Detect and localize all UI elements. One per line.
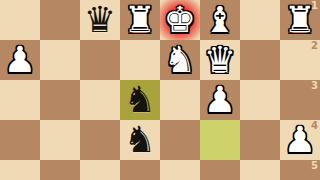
- piece-black-queen-f1[interactable]: ♛: [80, 0, 120, 40]
- chess-board: ♛♜♚♝♜1♟♞♛2♞♟3♞♟45: [0, 0, 320, 180]
- square-h4[interactable]: [0, 120, 40, 160]
- piece-black-knight-e3[interactable]: ♞: [120, 80, 160, 120]
- square-b5[interactable]: [240, 160, 280, 180]
- square-d5[interactable]: [160, 160, 200, 180]
- rank-label-2: 2: [311, 40, 318, 52]
- square-d2[interactable]: ♞: [160, 40, 200, 80]
- piece-white-knight-d2[interactable]: ♞: [160, 40, 200, 80]
- rank-label-1: 1: [311, 0, 318, 12]
- square-f4[interactable]: [80, 120, 120, 160]
- rank-label-4: 4: [311, 120, 318, 132]
- square-g4[interactable]: [40, 120, 80, 160]
- square-c2[interactable]: ♛: [200, 40, 240, 80]
- square-d4[interactable]: [160, 120, 200, 160]
- square-g5[interactable]: [40, 160, 80, 180]
- square-g1[interactable]: [40, 0, 80, 40]
- square-a5[interactable]: 5: [280, 160, 320, 180]
- board-viewport: ♛♜♚♝♜1♟♞♛2♞♟3♞♟45: [0, 0, 320, 180]
- square-b2[interactable]: [240, 40, 280, 80]
- square-g3[interactable]: [40, 80, 80, 120]
- square-e2[interactable]: [120, 40, 160, 80]
- square-h3[interactable]: [0, 80, 40, 120]
- square-d3[interactable]: [160, 80, 200, 120]
- square-e3[interactable]: ♞: [120, 80, 160, 120]
- square-a4[interactable]: ♟4: [280, 120, 320, 160]
- square-b1[interactable]: [240, 0, 280, 40]
- square-f3[interactable]: [80, 80, 120, 120]
- piece-white-bishop-c1[interactable]: ♝: [200, 0, 240, 40]
- piece-white-rook-e1[interactable]: ♜: [120, 0, 160, 40]
- square-c4[interactable]: [200, 120, 240, 160]
- square-b4[interactable]: [240, 120, 280, 160]
- square-e4[interactable]: ♞: [120, 120, 160, 160]
- square-c5[interactable]: [200, 160, 240, 180]
- square-h5[interactable]: [0, 160, 40, 180]
- square-b3[interactable]: [240, 80, 280, 120]
- square-f5[interactable]: [80, 160, 120, 180]
- square-h1[interactable]: [0, 0, 40, 40]
- square-a3[interactable]: 3: [280, 80, 320, 120]
- square-d1[interactable]: ♚: [160, 0, 200, 40]
- piece-white-pawn-h2[interactable]: ♟: [0, 40, 40, 80]
- piece-white-king-d1[interactable]: ♚: [160, 0, 200, 40]
- square-g2[interactable]: [40, 40, 80, 80]
- square-a1[interactable]: ♜1: [280, 0, 320, 40]
- piece-black-knight-e4[interactable]: ♞: [120, 120, 160, 160]
- rank-label-5: 5: [311, 160, 318, 172]
- square-e1[interactable]: ♜: [120, 0, 160, 40]
- square-h2[interactable]: ♟: [0, 40, 40, 80]
- piece-white-pawn-c3[interactable]: ♟: [200, 80, 240, 120]
- square-f1[interactable]: ♛: [80, 0, 120, 40]
- square-a2[interactable]: 2: [280, 40, 320, 80]
- piece-white-queen-c2[interactable]: ♛: [200, 40, 240, 80]
- rank-label-3: 3: [311, 80, 318, 92]
- square-c1[interactable]: ♝: [200, 0, 240, 40]
- square-f2[interactable]: [80, 40, 120, 80]
- square-e5[interactable]: [120, 160, 160, 180]
- square-c3[interactable]: ♟: [200, 80, 240, 120]
